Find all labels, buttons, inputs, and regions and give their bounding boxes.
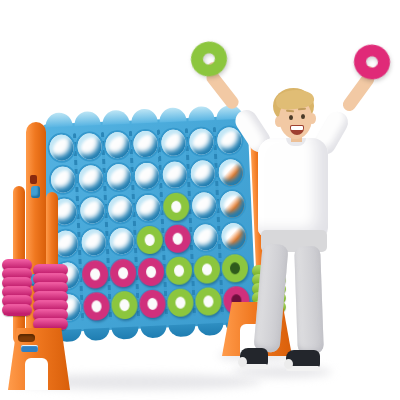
green-disc[interactable] <box>193 255 220 284</box>
left-foot-notch <box>25 358 48 390</box>
top-scallop <box>131 109 158 124</box>
carry-handle-hole[interactable] <box>18 334 35 342</box>
pink-ring-storage-stack-inner <box>33 267 68 330</box>
child-eye-right <box>301 114 305 119</box>
cell-r4c2[interactable] <box>79 226 108 259</box>
cell-r6c5[interactable] <box>166 286 195 319</box>
cell-r4c5[interactable] <box>163 222 192 255</box>
cell-r4c6[interactable] <box>191 221 220 254</box>
hole <box>49 134 74 161</box>
hole <box>108 196 133 223</box>
hole <box>136 195 161 222</box>
cell-r5c5[interactable] <box>164 254 193 287</box>
cell-r5c7[interactable] <box>220 252 249 285</box>
cell-r1c6[interactable] <box>187 125 216 158</box>
top-scallop <box>45 112 72 127</box>
hole <box>162 161 187 188</box>
bottom-scallop <box>83 328 110 341</box>
cell-r2c7[interactable] <box>216 156 245 189</box>
cell-r5c2[interactable] <box>80 258 109 291</box>
hole <box>77 133 102 160</box>
hole <box>50 166 75 193</box>
hole <box>220 191 245 218</box>
hole <box>78 165 103 192</box>
pink-disc[interactable] <box>83 292 110 321</box>
cell-r5c6[interactable] <box>192 253 221 286</box>
hole <box>133 131 158 158</box>
pink-disc[interactable] <box>164 224 191 253</box>
hole <box>109 228 134 255</box>
pink-storage-ring[interactable] <box>2 304 32 316</box>
cell-r6c4[interactable] <box>138 287 167 320</box>
green-disc[interactable] <box>167 288 194 317</box>
top-scallop <box>159 107 186 122</box>
cell-r2c6[interactable] <box>188 157 217 190</box>
cell-r3c2[interactable] <box>78 194 107 227</box>
hole <box>106 164 131 191</box>
pink-disc[interactable] <box>137 257 164 286</box>
held-ring-pink[interactable] <box>351 41 393 82</box>
pink-disc[interactable] <box>110 259 137 288</box>
top-scallop <box>102 110 129 125</box>
cell-r1c5[interactable] <box>159 126 188 159</box>
hole <box>105 132 130 159</box>
cell-r2c5[interactable] <box>160 158 189 191</box>
brand-sticker <box>21 345 38 352</box>
top-scallop <box>188 106 215 121</box>
cell-r4c3[interactable] <box>107 225 136 258</box>
board-top-edge <box>45 105 243 128</box>
board-grid <box>47 124 251 324</box>
top-scallop <box>74 111 101 126</box>
cell-r3c7[interactable] <box>218 188 247 221</box>
pink-disc[interactable] <box>139 289 166 318</box>
bottom-scallop <box>197 323 224 336</box>
cell-r6c6[interactable] <box>194 285 223 318</box>
hole <box>189 128 214 155</box>
cell-r2c4[interactable] <box>132 159 161 192</box>
hole <box>134 163 159 190</box>
hole <box>192 192 217 219</box>
cell-r5c4[interactable] <box>136 255 165 288</box>
left-frame-foot <box>8 328 70 390</box>
hole <box>217 127 242 154</box>
cell-r5c3[interactable] <box>108 257 137 290</box>
child-leg-right <box>294 246 324 355</box>
connect-four-board <box>42 116 257 333</box>
latch-slot <box>30 175 37 184</box>
bottom-scallop <box>140 325 167 338</box>
bottom-scallop <box>112 327 139 340</box>
green-disc[interactable] <box>221 254 248 283</box>
hole <box>81 229 106 256</box>
cell-r3c5[interactable] <box>162 190 191 223</box>
green-disc[interactable] <box>111 291 138 320</box>
green-disc[interactable] <box>136 225 163 254</box>
child-tshirt <box>258 138 328 238</box>
cell-r1c2[interactable] <box>75 130 104 163</box>
hole <box>221 223 246 250</box>
cell-r6c2[interactable] <box>82 290 111 323</box>
hole <box>80 197 105 224</box>
child-teeth <box>291 126 303 130</box>
board-bottom-edge <box>55 322 253 343</box>
child-shoe-right <box>286 350 320 368</box>
green-disc[interactable] <box>195 287 222 316</box>
cell-r6c3[interactable] <box>110 289 139 322</box>
hole <box>190 160 215 187</box>
cell-r3c3[interactable] <box>106 193 135 226</box>
scene <box>0 0 400 400</box>
child-shoe-left <box>240 348 268 366</box>
cell-r4c7[interactable] <box>219 220 248 253</box>
cell-r1c3[interactable] <box>103 129 132 162</box>
child-eye-left <box>289 115 293 120</box>
bottom-scallop <box>169 324 196 337</box>
cell-r1c4[interactable] <box>131 127 160 160</box>
cell-r1c1[interactable] <box>47 131 76 164</box>
blue-clip-upper <box>31 186 40 198</box>
pink-disc[interactable] <box>82 260 109 289</box>
cell-r2c3[interactable] <box>104 161 133 194</box>
hole <box>161 129 186 156</box>
cell-r2c2[interactable] <box>76 162 105 195</box>
shoe-toecap <box>238 357 247 367</box>
hole <box>193 224 218 251</box>
hole <box>218 159 243 186</box>
pink-ring-storage-stack-outer <box>2 262 32 316</box>
green-disc[interactable] <box>165 256 192 285</box>
shoe-toecap <box>284 359 293 369</box>
cell-r3c4[interactable] <box>134 191 163 224</box>
cell-r4c4[interactable] <box>135 223 164 256</box>
held-ring-green[interactable] <box>187 38 230 80</box>
cell-r3c6[interactable] <box>190 189 219 222</box>
green-disc[interactable] <box>163 192 190 221</box>
